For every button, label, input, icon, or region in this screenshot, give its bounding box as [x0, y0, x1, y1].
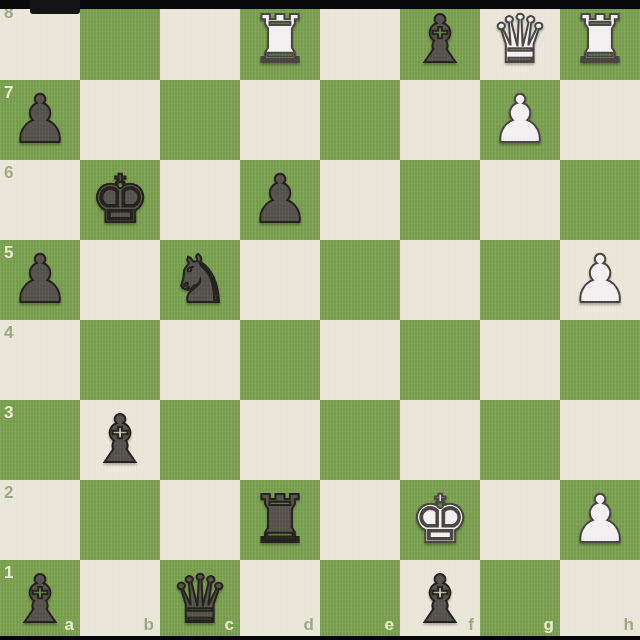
square-h5[interactable]: ♟ — [560, 240, 640, 320]
piece-white-king[interactable]: ♚ — [400, 480, 480, 560]
square-g6[interactable] — [480, 160, 560, 240]
square-g4[interactable] — [480, 320, 560, 400]
square-a3[interactable]: 3 — [0, 400, 80, 480]
square-h6[interactable] — [560, 160, 640, 240]
file-label-h: h — [624, 615, 634, 635]
square-d6[interactable]: ♟ — [240, 160, 320, 240]
square-a2[interactable]: 2 — [0, 480, 80, 560]
rank-label-4: 4 — [4, 323, 13, 343]
square-d5[interactable] — [240, 240, 320, 320]
square-c3[interactable] — [160, 400, 240, 480]
square-e3[interactable] — [320, 400, 400, 480]
square-c7[interactable] — [160, 80, 240, 160]
square-g3[interactable] — [480, 400, 560, 480]
square-h2[interactable]: ♟ — [560, 480, 640, 560]
square-c5[interactable]: ♞ — [160, 240, 240, 320]
piece-white-pawn[interactable]: ♟ — [560, 480, 640, 560]
square-a5[interactable]: 5♟ — [0, 240, 80, 320]
square-d8[interactable]: ♜ — [240, 0, 320, 80]
chess-board: 8♜♝♛♜7♟♟6♚♟5♟♞♟43♝2♜♚♟1a♝bc♛def♝gh — [0, 0, 640, 640]
square-a4[interactable]: 4 — [0, 320, 80, 400]
square-f6[interactable] — [400, 160, 480, 240]
square-f8[interactable]: ♝ — [400, 0, 480, 80]
square-a6[interactable]: 6 — [0, 160, 80, 240]
square-f3[interactable] — [400, 400, 480, 480]
rank-label-3: 3 — [4, 403, 13, 423]
square-e1[interactable]: e — [320, 560, 400, 640]
square-c6[interactable] — [160, 160, 240, 240]
square-h8[interactable]: ♜ — [560, 0, 640, 80]
square-a8[interactable]: 8 — [0, 0, 80, 80]
piece-black-bishop[interactable]: ♝ — [80, 400, 160, 480]
piece-white-pawn[interactable]: ♟ — [560, 240, 640, 320]
square-f1[interactable]: f♝ — [400, 560, 480, 640]
square-b7[interactable] — [80, 80, 160, 160]
square-e4[interactable] — [320, 320, 400, 400]
piece-white-queen[interactable]: ♛ — [480, 0, 560, 80]
square-f4[interactable] — [400, 320, 480, 400]
square-c8[interactable] — [160, 0, 240, 80]
piece-black-pawn[interactable]: ♟ — [0, 240, 80, 320]
rank-label-2: 2 — [4, 483, 13, 503]
square-a1[interactable]: 1a♝ — [0, 560, 80, 640]
square-g5[interactable] — [480, 240, 560, 320]
square-d4[interactable] — [240, 320, 320, 400]
square-f7[interactable] — [400, 80, 480, 160]
square-e6[interactable] — [320, 160, 400, 240]
square-b1[interactable]: b — [80, 560, 160, 640]
square-g7[interactable]: ♟ — [480, 80, 560, 160]
square-d1[interactable]: d — [240, 560, 320, 640]
square-b5[interactable] — [80, 240, 160, 320]
rank-label-6: 6 — [4, 163, 13, 183]
piece-white-rook[interactable]: ♜ — [240, 0, 320, 80]
piece-black-king[interactable]: ♚ — [80, 160, 160, 240]
square-d7[interactable] — [240, 80, 320, 160]
piece-black-bishop[interactable]: ♝ — [400, 560, 480, 640]
square-h7[interactable] — [560, 80, 640, 160]
square-e2[interactable] — [320, 480, 400, 560]
piece-white-rook[interactable]: ♜ — [560, 0, 640, 80]
piece-black-knight[interactable]: ♞ — [160, 240, 240, 320]
square-h1[interactable]: h — [560, 560, 640, 640]
piece-black-queen[interactable]: ♛ — [160, 560, 240, 640]
square-c2[interactable] — [160, 480, 240, 560]
square-g1[interactable]: g — [480, 560, 560, 640]
piece-black-pawn[interactable]: ♟ — [240, 160, 320, 240]
square-e8[interactable] — [320, 0, 400, 80]
square-b8[interactable] — [80, 0, 160, 80]
square-b6[interactable]: ♚ — [80, 160, 160, 240]
photographed-screen: 8♜♝♛♜7♟♟6♚♟5♟♞♟43♝2♜♚♟1a♝bc♛def♝gh — [0, 0, 640, 640]
file-label-g: g — [544, 615, 554, 635]
file-label-b: b — [144, 615, 154, 635]
square-b2[interactable] — [80, 480, 160, 560]
file-label-d: d — [304, 615, 314, 635]
square-b4[interactable] — [80, 320, 160, 400]
square-e5[interactable] — [320, 240, 400, 320]
square-b3[interactable]: ♝ — [80, 400, 160, 480]
square-e7[interactable] — [320, 80, 400, 160]
square-h3[interactable] — [560, 400, 640, 480]
square-c4[interactable] — [160, 320, 240, 400]
square-d2[interactable]: ♜ — [240, 480, 320, 560]
square-f2[interactable]: ♚ — [400, 480, 480, 560]
piece-black-bishop[interactable]: ♝ — [400, 0, 480, 80]
piece-black-bishop[interactable]: ♝ — [0, 560, 80, 640]
square-f5[interactable] — [400, 240, 480, 320]
piece-black-rook[interactable]: ♜ — [240, 480, 320, 560]
square-h4[interactable] — [560, 320, 640, 400]
piece-white-pawn[interactable]: ♟ — [480, 80, 560, 160]
file-label-e: e — [385, 615, 394, 635]
square-d3[interactable] — [240, 400, 320, 480]
square-g8[interactable]: ♛ — [480, 0, 560, 80]
square-a7[interactable]: 7♟ — [0, 80, 80, 160]
rank-label-8: 8 — [4, 3, 13, 23]
piece-black-pawn[interactable]: ♟ — [0, 80, 80, 160]
square-c1[interactable]: c♛ — [160, 560, 240, 640]
square-g2[interactable] — [480, 480, 560, 560]
